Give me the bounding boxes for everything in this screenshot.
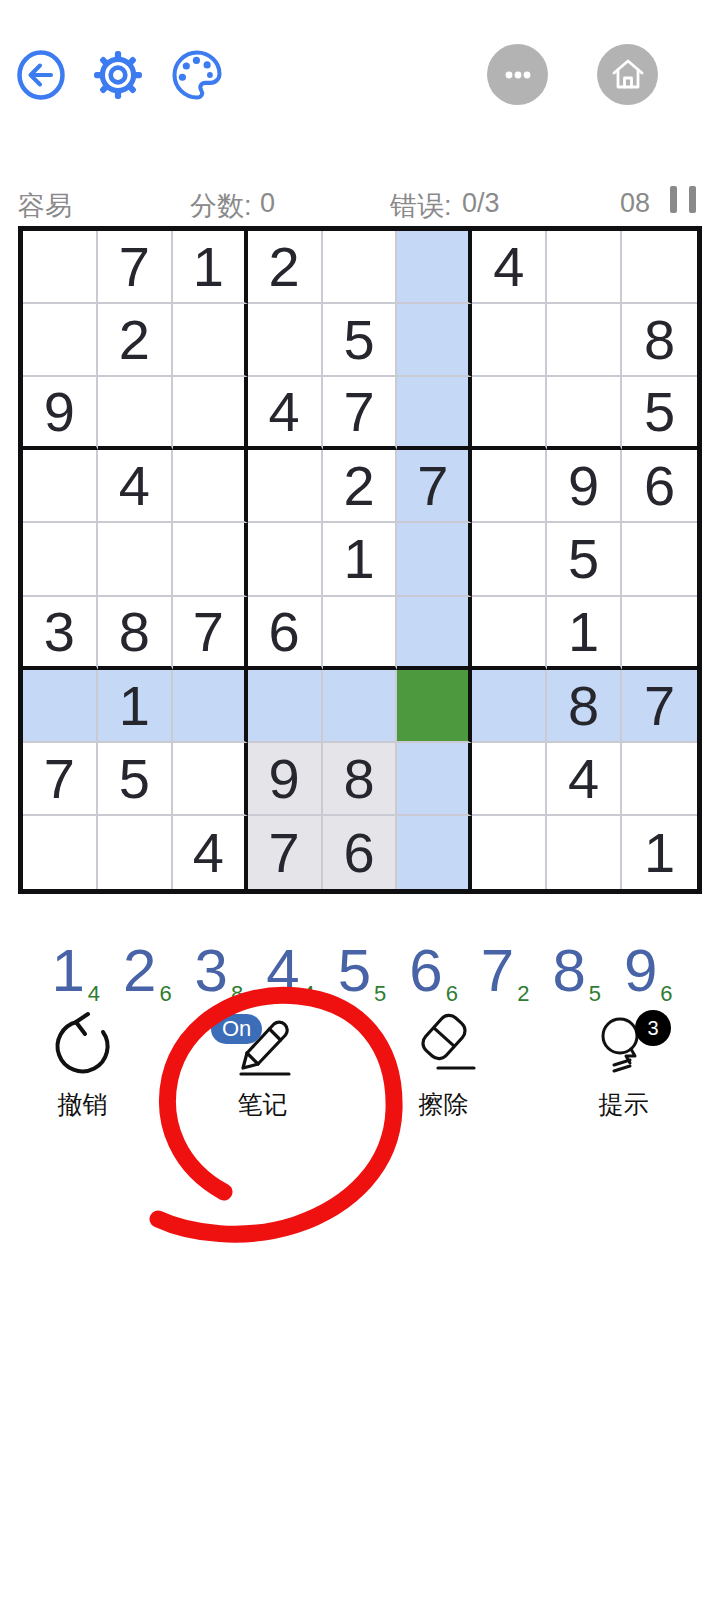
cell-r6c3[interactable]: 7 [173, 597, 248, 670]
cell-r8c9[interactable] [622, 743, 697, 816]
undo-label: 撤销 [58, 1088, 108, 1121]
numpad-remaining-count: 4 [303, 981, 315, 1007]
cell-r6c2[interactable]: 8 [98, 597, 173, 670]
undo-icon [47, 1008, 119, 1084]
cell-r8c3[interactable] [173, 743, 248, 816]
cell-r5c8[interactable]: 5 [547, 523, 622, 596]
numpad-digit: 5 [338, 937, 371, 1005]
cell-r1c5[interactable] [323, 231, 398, 304]
settings-button[interactable] [93, 50, 143, 100]
cell-r7c7[interactable] [472, 670, 547, 743]
notes-label: 笔记 [238, 1088, 288, 1121]
hint-button[interactable]: 3 提示 [566, 1008, 681, 1134]
erase-label: 擦除 [419, 1088, 469, 1121]
numpad-digit: 2 [123, 937, 156, 1005]
cell-r2c3[interactable] [173, 304, 248, 377]
cell-r6c9[interactable] [622, 597, 697, 670]
cell-r4c2[interactable]: 4 [98, 450, 173, 523]
cell-r5c6[interactable] [397, 523, 472, 596]
cell-r7c6[interactable] [397, 670, 472, 743]
number-pad: 142638445566728596 [40, 933, 684, 1005]
cell-r4c6[interactable]: 7 [397, 450, 472, 523]
cell-r4c5[interactable]: 2 [323, 450, 398, 523]
cell-r4c3[interactable] [173, 450, 248, 523]
pause-icon [670, 186, 677, 213]
cell-r3c9[interactable]: 5 [622, 377, 697, 450]
cell-r3c2[interactable] [98, 377, 173, 450]
cell-r2c4[interactable] [248, 304, 323, 377]
cell-r5c2[interactable] [98, 523, 173, 596]
hint-label: 提示 [599, 1088, 649, 1121]
difficulty-label: 容易 [18, 188, 72, 224]
cell-r5c1[interactable] [23, 523, 98, 596]
cell-r6c1[interactable]: 3 [23, 597, 98, 670]
cell-r6c5[interactable] [323, 597, 398, 670]
cell-r7c2[interactable]: 1 [98, 670, 173, 743]
errors-label: 错误: [390, 188, 452, 224]
cell-r1c6[interactable] [397, 231, 472, 304]
cell-r3c8[interactable] [547, 377, 622, 450]
more-dots-icon [496, 53, 540, 97]
erase-button[interactable]: 擦除 [386, 1008, 501, 1134]
cell-r6c7[interactable] [472, 597, 547, 670]
numpad-remaining-count: 6 [446, 981, 458, 1007]
numpad-5[interactable]: 55 [326, 933, 398, 1005]
cell-r7c9[interactable]: 7 [622, 670, 697, 743]
numpad-7[interactable]: 72 [469, 933, 541, 1005]
sudoku-grid: 71242589475427961538761187759844761 [18, 226, 702, 894]
cell-r9c3[interactable]: 4 [173, 816, 248, 889]
numpad-remaining-count: 2 [517, 981, 529, 1007]
cell-r5c3[interactable] [173, 523, 248, 596]
cell-r3c5[interactable]: 7 [323, 377, 398, 450]
cell-r4c8[interactable]: 9 [547, 450, 622, 523]
cell-r9c6[interactable] [397, 816, 472, 889]
home-button[interactable] [597, 44, 658, 105]
errors-value: 0/3 [462, 188, 500, 219]
home-icon [606, 53, 650, 97]
cell-r8c5[interactable]: 8 [323, 743, 398, 816]
cell-r8c4[interactable]: 9 [248, 743, 323, 816]
cell-r5c4[interactable] [248, 523, 323, 596]
hint-count-badge: 3 [635, 1010, 671, 1046]
cell-r9c1[interactable] [23, 816, 98, 889]
numpad-4[interactable]: 44 [255, 933, 327, 1005]
timer-value: 08 [620, 188, 650, 219]
more-button[interactable] [487, 44, 548, 105]
cell-r3c6[interactable] [397, 377, 472, 450]
numpad-6[interactable]: 66 [398, 933, 470, 1005]
numpad-remaining-count: 5 [589, 981, 601, 1007]
cell-r3c1[interactable]: 9 [23, 377, 98, 450]
cell-r2c8[interactable] [547, 304, 622, 377]
cell-r9c5[interactable]: 6 [323, 816, 398, 889]
cell-r6c8[interactable]: 1 [547, 597, 622, 670]
cell-r1c3[interactable]: 1 [173, 231, 248, 304]
numpad-digit: 7 [481, 937, 514, 1005]
cell-r8c8[interactable]: 4 [547, 743, 622, 816]
score-label: 分数: [190, 188, 252, 224]
cell-r9c2[interactable] [98, 816, 173, 889]
cell-r2c9[interactable]: 8 [622, 304, 697, 377]
cell-r8c2[interactable]: 5 [98, 743, 173, 816]
gear-icon [93, 50, 143, 100]
cell-r5c5[interactable]: 1 [323, 523, 398, 596]
cell-r9c8[interactable] [547, 816, 622, 889]
cell-r1c1[interactable] [23, 231, 98, 304]
back-arrow-icon [16, 50, 66, 100]
cell-r1c7[interactable]: 4 [472, 231, 547, 304]
cell-r3c3[interactable] [173, 377, 248, 450]
undo-button[interactable]: 撤销 [25, 1008, 140, 1134]
cell-r7c1[interactable] [23, 670, 98, 743]
numpad-1[interactable]: 14 [40, 933, 112, 1005]
cell-r2c1[interactable] [23, 304, 98, 377]
numpad-remaining-count: 6 [159, 981, 171, 1007]
cell-r3c4[interactable]: 4 [248, 377, 323, 450]
status-bar: 容易 分数: 0 错误: 0/3 08 [0, 188, 720, 222]
action-bar: 撤销 On 笔记 擦除 3 [0, 1008, 720, 1138]
cell-r2c2[interactable]: 2 [98, 304, 173, 377]
back-button[interactable] [16, 50, 66, 100]
cell-r7c3[interactable] [173, 670, 248, 743]
sudoku-app-screen: 容易 分数: 0 错误: 0/3 08 71242589475427961538… [0, 0, 720, 1600]
theme-button[interactable] [170, 48, 224, 102]
score-value: 0 [260, 188, 275, 219]
numpad-remaining-count: 4 [88, 981, 100, 1007]
notes-on-badge: On [211, 1014, 262, 1044]
eraser-icon [404, 1008, 484, 1084]
numpad-3[interactable]: 38 [183, 933, 255, 1005]
numpad-digit: 6 [409, 937, 442, 1005]
numpad-digit: 1 [51, 937, 84, 1005]
cell-r4c7[interactable] [472, 450, 547, 523]
cell-r9c4[interactable]: 7 [248, 816, 323, 889]
cell-r2c6[interactable] [397, 304, 472, 377]
cell-r2c5[interactable]: 5 [323, 304, 398, 377]
cell-r5c7[interactable] [472, 523, 547, 596]
cell-r8c6[interactable] [397, 743, 472, 816]
cell-r3c7[interactable] [472, 377, 547, 450]
cell-r1c4[interactable]: 2 [248, 231, 323, 304]
numpad-digit: 8 [552, 937, 585, 1005]
cell-r6c4[interactable]: 6 [248, 597, 323, 670]
cell-r1c8[interactable] [547, 231, 622, 304]
cell-r1c9[interactable] [622, 231, 697, 304]
numpad-2[interactable]: 26 [112, 933, 184, 1005]
cell-r6c6[interactable] [397, 597, 472, 670]
numpad-digit: 3 [195, 937, 228, 1005]
numpad-8[interactable]: 85 [541, 933, 613, 1005]
cell-r2c7[interactable] [472, 304, 547, 377]
cell-r4c4[interactable] [248, 450, 323, 523]
numpad-remaining-count: 6 [660, 981, 672, 1007]
cell-r7c5[interactable] [323, 670, 398, 743]
numpad-9[interactable]: 96 [613, 933, 685, 1005]
cell-r8c1[interactable]: 7 [23, 743, 98, 816]
notes-button[interactable]: On 笔记 [205, 1008, 320, 1134]
numpad-digit: 4 [266, 937, 299, 1005]
cell-r7c8[interactable]: 8 [547, 670, 622, 743]
pause-button[interactable] [670, 186, 696, 213]
cell-r9c9[interactable]: 1 [622, 816, 697, 889]
cell-r8c7[interactable] [472, 743, 547, 816]
numpad-remaining-count: 5 [374, 981, 386, 1007]
numpad-remaining-count: 8 [231, 981, 243, 1007]
palette-icon [170, 48, 224, 102]
cell-r4c9[interactable]: 6 [622, 450, 697, 523]
cell-r7c4[interactable] [248, 670, 323, 743]
cell-r9c7[interactable] [472, 816, 547, 889]
cell-r5c9[interactable] [622, 523, 697, 596]
numpad-digit: 9 [624, 937, 657, 1005]
cell-r4c1[interactable] [23, 450, 98, 523]
cell-r1c2[interactable]: 7 [98, 231, 173, 304]
